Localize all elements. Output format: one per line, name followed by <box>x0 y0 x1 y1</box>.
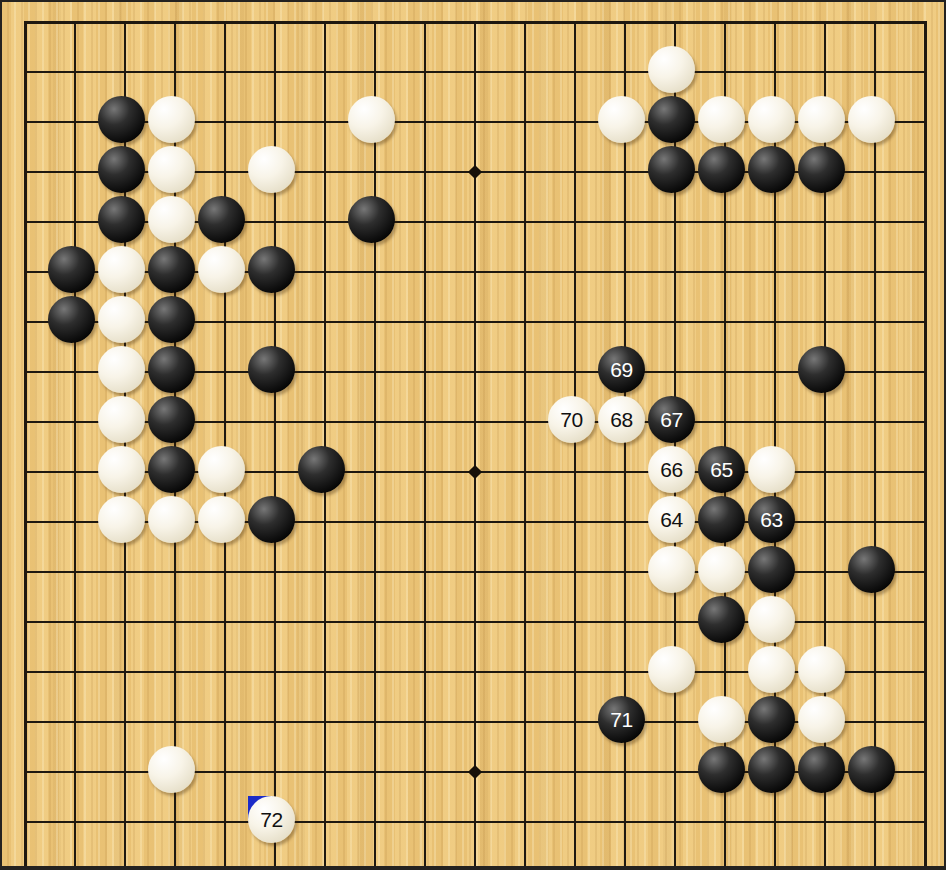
go-board-screenshot: 69706867666564637172 <box>0 0 946 870</box>
black-stone <box>648 96 695 143</box>
grid-line-vertical <box>924 21 927 870</box>
white-stone <box>598 96 645 143</box>
black-stone <box>148 346 195 393</box>
black-stone <box>848 746 895 793</box>
black-stone <box>348 196 395 243</box>
white-stone-move-64: 64 <box>648 496 695 543</box>
move-number-label: 69 <box>610 358 632 382</box>
black-stone <box>698 746 745 793</box>
black-stone <box>748 746 795 793</box>
black-stone <box>198 196 245 243</box>
black-stone <box>48 296 95 343</box>
black-stone <box>748 546 795 593</box>
black-stone-move-71: 71 <box>598 696 645 743</box>
black-stone <box>798 146 845 193</box>
black-stone <box>48 246 95 293</box>
black-stone <box>648 146 695 193</box>
move-number-label: 65 <box>710 458 732 482</box>
move-number-label: 72 <box>260 808 282 832</box>
black-stone <box>98 96 145 143</box>
move-number-label: 68 <box>610 408 632 432</box>
move-number-label: 66 <box>660 458 682 482</box>
black-stone-move-63: 63 <box>748 496 795 543</box>
black-stone <box>698 496 745 543</box>
black-stone <box>248 346 295 393</box>
grid-line-vertical <box>24 21 27 870</box>
grid-line-vertical <box>374 21 376 870</box>
white-stone <box>248 146 295 193</box>
black-stone <box>748 696 795 743</box>
white-stone <box>798 646 845 693</box>
black-stone <box>148 296 195 343</box>
star-point <box>468 165 482 179</box>
black-stone <box>698 596 745 643</box>
white-stone-move-70: 70 <box>548 396 595 443</box>
white-stone <box>148 96 195 143</box>
white-stone <box>98 496 145 543</box>
black-stone-move-69: 69 <box>598 346 645 393</box>
white-stone-move-68: 68 <box>598 396 645 443</box>
grid-line-vertical <box>574 21 576 870</box>
black-stone <box>98 146 145 193</box>
white-stone <box>698 546 745 593</box>
black-stone <box>698 146 745 193</box>
white-stone <box>98 246 145 293</box>
white-stone <box>748 96 795 143</box>
star-point <box>468 465 482 479</box>
grid-line-vertical <box>74 21 76 870</box>
grid-line-vertical <box>874 21 876 870</box>
black-stone <box>98 196 145 243</box>
black-stone-move-65: 65 <box>698 446 745 493</box>
white-stone <box>748 446 795 493</box>
window-edge-bottom <box>0 866 946 870</box>
white-stone <box>98 296 145 343</box>
star-point <box>468 765 482 779</box>
white-stone <box>698 696 745 743</box>
black-stone <box>148 246 195 293</box>
white-stone <box>798 96 845 143</box>
white-stone <box>648 646 695 693</box>
white-stone <box>648 546 695 593</box>
white-stone <box>148 146 195 193</box>
white-stone <box>348 96 395 143</box>
white-stone <box>98 446 145 493</box>
black-stone <box>148 396 195 443</box>
white-stone <box>648 46 695 93</box>
white-stone-move-66: 66 <box>648 446 695 493</box>
white-stone <box>148 746 195 793</box>
white-stone <box>198 446 245 493</box>
black-stone <box>248 496 295 543</box>
white-stone-move-72: 72 <box>248 796 295 843</box>
black-stone <box>798 346 845 393</box>
white-stone <box>848 96 895 143</box>
grid-line-horizontal <box>24 821 927 823</box>
black-stone <box>848 546 895 593</box>
white-stone <box>748 596 795 643</box>
black-stone <box>298 446 345 493</box>
black-stone <box>798 746 845 793</box>
black-stone-move-67: 67 <box>648 396 695 443</box>
white-stone <box>148 196 195 243</box>
grid-line-vertical <box>424 21 426 870</box>
white-stone <box>798 696 845 743</box>
white-stone <box>698 96 745 143</box>
black-stone <box>748 146 795 193</box>
white-stone <box>198 246 245 293</box>
move-number-label: 63 <box>760 508 782 532</box>
black-stone <box>248 246 295 293</box>
white-stone <box>748 646 795 693</box>
white-stone <box>148 496 195 543</box>
window-edge-left <box>0 0 2 870</box>
white-stone <box>98 396 145 443</box>
grid-line-vertical <box>524 21 526 870</box>
white-stone <box>98 346 145 393</box>
white-stone <box>198 496 245 543</box>
black-stone <box>148 446 195 493</box>
move-number-label: 71 <box>610 708 632 732</box>
move-number-label: 67 <box>660 408 682 432</box>
move-number-label: 70 <box>560 408 582 432</box>
window-edge-top <box>0 0 946 2</box>
move-number-label: 64 <box>660 508 682 532</box>
go-board[interactable]: 69706867666564637172 <box>0 0 946 870</box>
grid-line-vertical <box>474 21 476 870</box>
